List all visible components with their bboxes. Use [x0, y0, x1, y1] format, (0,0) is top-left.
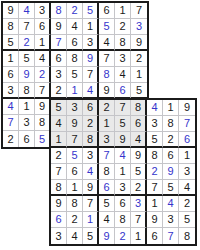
- cell-top-left-r4c2[interactable]: 5: [19, 51, 35, 67]
- cell-top-left-r6c6[interactable]: 4: [83, 83, 99, 99]
- cell-bottom-right-r1c5[interactable]: 7: [115, 100, 131, 116]
- cell-bottom-right-r9c8[interactable]: 7: [163, 228, 179, 244]
- cell-top-left-r4c5[interactable]: 8: [67, 51, 83, 67]
- cell-bottom-right-r9c2[interactable]: 4: [67, 228, 83, 244]
- cell-bottom-right-r5c1[interactable]: 7: [51, 164, 67, 180]
- cell-top-left-r5c7[interactable]: 8: [99, 67, 115, 83]
- cell-bottom-right-r1c8[interactable]: 1: [163, 100, 179, 116]
- cell-bottom-right-r4c2[interactable]: 5: [67, 148, 83, 164]
- cell-bottom-right-r5c3[interactable]: 4: [83, 164, 99, 180]
- cell-top-left-r6c7[interactable]: 9: [99, 83, 115, 99]
- cell-top-left-r1c2[interactable]: 4: [19, 3, 35, 19]
- cell-top-left-r2c4[interactable]: 9: [51, 19, 67, 35]
- cell-bottom-right-r6c1[interactable]: 8: [51, 180, 67, 196]
- cell-bottom-right-r6c4[interactable]: 6: [99, 180, 115, 196]
- cell-top-left-r4c3[interactable]: 4: [35, 51, 51, 67]
- cell-bottom-right-r5c8[interactable]: 9: [163, 164, 179, 180]
- cell-top-left-r1c5[interactable]: 2: [67, 3, 83, 19]
- cell-bottom-right-r8c7[interactable]: 9: [147, 212, 163, 228]
- cell-bottom-right-r2c9[interactable]: 7: [179, 116, 195, 132]
- cell-bottom-right-r4c5[interactable]: 4: [115, 148, 131, 164]
- cell-top-left-r2c5[interactable]: 4: [67, 19, 83, 35]
- cell-bottom-right-r5c2[interactable]: 6: [67, 164, 83, 180]
- cell-top-left-r8c2[interactable]: 3: [19, 115, 35, 131]
- cell-bottom-right-r2c6[interactable]: 6: [131, 116, 147, 132]
- cell-bottom-right-r1c3[interactable]: 6: [83, 100, 99, 116]
- cell-bottom-right-r1c4[interactable]: 2: [99, 100, 115, 116]
- cell-top-left-r4c6[interactable]: 9: [83, 51, 99, 67]
- cell-top-left-r8c1[interactable]: 7: [3, 115, 19, 131]
- cell-top-left-r3c9[interactable]: 9: [131, 35, 147, 51]
- cell-top-left-r4c7[interactable]: 7: [99, 51, 115, 67]
- cell-bottom-right-r8c5[interactable]: 8: [115, 212, 131, 228]
- cell-bottom-right-r4c7[interactable]: 8: [147, 148, 163, 164]
- cell-top-left-r2c8[interactable]: 2: [115, 19, 131, 35]
- cell-bottom-right-r3c9[interactable]: 6: [179, 132, 195, 148]
- cell-top-left-r1c3[interactable]: 3: [35, 3, 51, 19]
- cell-bottom-right-r2c5[interactable]: 5: [115, 116, 131, 132]
- cell-top-left-r2c3[interactable]: 6: [35, 19, 51, 35]
- cell-bottom-right-r4c1[interactable]: 2: [51, 148, 67, 164]
- cell-bottom-right-r6c6[interactable]: 2: [131, 180, 147, 196]
- cell-bottom-right-r4c8[interactable]: 6: [163, 148, 179, 164]
- cell-bottom-right-r6c9[interactable]: 4: [179, 180, 195, 196]
- cell-bottom-right-r8c4[interactable]: 4: [99, 212, 115, 228]
- cell-bottom-right-r4c6[interactable]: 9: [131, 148, 147, 164]
- cell-top-left-r3c3[interactable]: 1: [35, 35, 51, 51]
- cell-top-left-r5c1[interactable]: 6: [3, 67, 19, 83]
- cell-top-left-r4c8[interactable]: 3: [115, 51, 131, 67]
- cell-top-left-r2c7[interactable]: 5: [99, 19, 115, 35]
- cell-bottom-right-r8c8[interactable]: 3: [163, 212, 179, 228]
- cell-bottom-right-r7c9[interactable]: 2: [179, 196, 195, 212]
- cell-top-left-r1c4[interactable]: 8: [51, 3, 67, 19]
- cell-bottom-right-r4c4[interactable]: 7: [99, 148, 115, 164]
- cell-bottom-right-r3c3[interactable]: 8: [83, 132, 99, 148]
- cell-top-left-r3c1[interactable]: 5: [3, 35, 19, 51]
- cell-bottom-right-r7c6[interactable]: 3: [131, 196, 147, 212]
- cell-bottom-right-r1c7[interactable]: 4: [147, 100, 163, 116]
- cell-top-left-r4c1[interactable]: 1: [3, 51, 19, 67]
- cell-bottom-right-r1c9[interactable]: 9: [179, 100, 195, 116]
- cell-bottom-right-r2c3[interactable]: 2: [83, 116, 99, 132]
- cell-top-left-r6c8[interactable]: 6: [115, 83, 131, 99]
- cell-top-left-r1c6[interactable]: 5: [83, 3, 99, 19]
- cell-top-left-r6c1[interactable]: 3: [3, 83, 19, 99]
- cell-bottom-right-r7c1[interactable]: 9: [51, 196, 67, 212]
- cell-bottom-right-r2c1[interactable]: 4: [51, 116, 67, 132]
- cell-top-left-r3c2[interactable]: 2: [19, 35, 35, 51]
- cell-top-left-r5c3[interactable]: 2: [35, 67, 51, 83]
- cell-bottom-right-r5c9[interactable]: 3: [179, 164, 195, 180]
- cell-top-left-r5c4[interactable]: 3: [51, 67, 67, 83]
- cell-top-left-r9c2[interactable]: 6: [19, 131, 35, 147]
- cell-top-left-r6c9[interactable]: 5: [131, 83, 147, 99]
- cell-bottom-right-r9c9[interactable]: 8: [179, 228, 195, 244]
- cell-top-left-r6c5[interactable]: 1: [67, 83, 83, 99]
- cell-top-left-r5c5[interactable]: 5: [67, 67, 83, 83]
- cell-bottom-right-r3c8[interactable]: 2: [163, 132, 179, 148]
- cell-top-left-r2c9[interactable]: 3: [131, 19, 147, 35]
- cell-top-left-r5c8[interactable]: 4: [115, 67, 131, 83]
- cell-bottom-right-r5c5[interactable]: 1: [115, 164, 131, 180]
- cell-bottom-right-r3c5[interactable]: 9: [115, 132, 131, 148]
- cell-bottom-right-r7c4[interactable]: 5: [99, 196, 115, 212]
- cell-bottom-right-r2c7[interactable]: 3: [147, 116, 163, 132]
- cell-top-left-r3c4[interactable]: 7: [51, 35, 67, 51]
- cell-bottom-right-r1c2[interactable]: 3: [67, 100, 83, 116]
- cell-bottom-right-r2c4[interactable]: 1: [99, 116, 115, 132]
- cell-bottom-right-r2c2[interactable]: 9: [67, 116, 83, 132]
- cell-top-left-r3c7[interactable]: 4: [99, 35, 115, 51]
- cell-bottom-right-r9c6[interactable]: 1: [131, 228, 147, 244]
- cell-top-left-r1c8[interactable]: 1: [115, 3, 131, 19]
- cell-bottom-right-r5c6[interactable]: 5: [131, 164, 147, 180]
- cell-bottom-right-r7c3[interactable]: 7: [83, 196, 99, 212]
- cell-top-left-r5c9[interactable]: 1: [131, 67, 147, 83]
- cell-bottom-right-r1c6[interactable]: 8: [131, 100, 147, 116]
- cell-top-left-r6c3[interactable]: 7: [35, 83, 51, 99]
- cell-bottom-right-r6c8[interactable]: 5: [163, 180, 179, 196]
- cell-bottom-right-r6c2[interactable]: 1: [67, 180, 83, 196]
- cell-bottom-right-r3c7[interactable]: 5: [147, 132, 163, 148]
- cell-top-left-r3c5[interactable]: 6: [67, 35, 83, 51]
- cell-bottom-right-r8c6[interactable]: 7: [131, 212, 147, 228]
- cell-bottom-right-r7c8[interactable]: 4: [163, 196, 179, 212]
- cell-top-left-r7c2[interactable]: 1: [19, 99, 35, 115]
- cell-top-left-r9c1[interactable]: 2: [3, 131, 19, 147]
- cell-bottom-right-r9c3[interactable]: 5: [83, 228, 99, 244]
- cell-bottom-right-r3c2[interactable]: 7: [67, 132, 83, 148]
- cell-top-left-r1c9[interactable]: 7: [131, 3, 147, 19]
- cell-bottom-right-r8c2[interactable]: 2: [67, 212, 83, 228]
- cell-bottom-right-r9c4[interactable]: 9: [99, 228, 115, 244]
- sudoku-grid-bottom-right: 5362784194921563871783945262537498617648…: [49, 98, 197, 246]
- cell-bottom-right-r7c2[interactable]: 8: [67, 196, 83, 212]
- cell-top-left-r2c1[interactable]: 8: [3, 19, 19, 35]
- cell-top-left-r2c6[interactable]: 1: [83, 19, 99, 35]
- cell-bottom-right-r3c4[interactable]: 3: [99, 132, 115, 148]
- cell-bottom-right-r9c7[interactable]: 6: [147, 228, 163, 244]
- cell-bottom-right-r8c9[interactable]: 5: [179, 212, 195, 228]
- cell-top-left-r1c1[interactable]: 9: [3, 3, 19, 19]
- cell-bottom-right-r5c4[interactable]: 8: [99, 164, 115, 180]
- cell-bottom-right-r5c7[interactable]: 2: [147, 164, 163, 180]
- cell-bottom-right-r6c5[interactable]: 3: [115, 180, 131, 196]
- cell-bottom-right-r9c5[interactable]: 2: [115, 228, 131, 244]
- cell-bottom-right-r3c1[interactable]: 1: [51, 132, 67, 148]
- cell-bottom-right-r4c9[interactable]: 1: [179, 148, 195, 164]
- cell-bottom-right-r2c8[interactable]: 8: [163, 116, 179, 132]
- cell-bottom-right-r4c3[interactable]: 3: [83, 148, 99, 164]
- cell-top-left-r3c6[interactable]: 3: [83, 35, 99, 51]
- cell-top-left-r6c4[interactable]: 2: [51, 83, 67, 99]
- cell-bottom-right-r6c7[interactable]: 7: [147, 180, 163, 196]
- cell-top-left-r6c2[interactable]: 8: [19, 83, 35, 99]
- cell-top-left-r3c8[interactable]: 8: [115, 35, 131, 51]
- cell-top-left-r2c2[interactable]: 7: [19, 19, 35, 35]
- cell-top-left-r7c1[interactable]: 4: [3, 99, 19, 115]
- cell-top-left-r5c6[interactable]: 7: [83, 67, 99, 83]
- cell-bottom-right-r8c1[interactable]: 6: [51, 212, 67, 228]
- cell-bottom-right-r6c3[interactable]: 9: [83, 180, 99, 196]
- cell-top-left-r1c7[interactable]: 6: [99, 3, 115, 19]
- cell-bottom-right-r1c1[interactable]: 5: [51, 100, 67, 116]
- cell-bottom-right-r9c1[interactable]: 3: [51, 228, 67, 244]
- cell-bottom-right-r7c5[interactable]: 6: [115, 196, 131, 212]
- cell-bottom-right-r8c3[interactable]: 1: [83, 212, 99, 228]
- cell-top-left-r5c2[interactable]: 9: [19, 67, 35, 83]
- twodoku-board: 9438256178769415235217634891546897326923…: [0, 0, 200, 250]
- cell-bottom-right-r7c7[interactable]: 1: [147, 196, 163, 212]
- cell-top-left-r4c9[interactable]: 2: [131, 51, 147, 67]
- cell-top-left-r4c4[interactable]: 6: [51, 51, 67, 67]
- cell-bottom-right-r3c6[interactable]: 4: [131, 132, 147, 148]
